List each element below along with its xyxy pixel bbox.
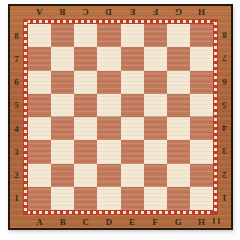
square-h4[interactable]: [190, 117, 213, 140]
square-f2[interactable]: [144, 164, 167, 187]
square-a7[interactable]: [28, 47, 51, 70]
square-f7[interactable]: [144, 47, 167, 70]
square-a2[interactable]: [28, 164, 51, 187]
square-f8[interactable]: [144, 24, 167, 47]
file-label-top-b: B: [51, 6, 74, 19]
rank-label-right-4: 4: [218, 117, 231, 140]
square-c1[interactable]: [74, 187, 97, 210]
square-b7[interactable]: [51, 47, 74, 70]
square-e4[interactable]: [121, 117, 144, 140]
rank-label-left-2: 2: [10, 164, 23, 187]
square-f5[interactable]: [144, 94, 167, 117]
square-b2[interactable]: [51, 164, 74, 187]
square-e6[interactable]: [121, 71, 144, 94]
square-c6[interactable]: [74, 71, 97, 94]
square-h7[interactable]: [190, 47, 213, 70]
square-g4[interactable]: [167, 117, 190, 140]
square-h5[interactable]: [190, 94, 213, 117]
square-d7[interactable]: [97, 47, 120, 70]
square-g3[interactable]: [167, 140, 190, 163]
file-label-bottom-c: C: [74, 215, 97, 228]
rank-label-right-6: 6: [218, 71, 231, 94]
rank-label-left-8: 8: [10, 24, 23, 47]
stripe-right: [213, 20, 217, 214]
square-e8[interactable]: [121, 24, 144, 47]
square-a5[interactable]: [28, 94, 51, 117]
square-g1[interactable]: [167, 187, 190, 210]
file-label-bottom-f: F: [144, 215, 167, 228]
square-h1[interactable]: [190, 187, 213, 210]
file-label-bottom-a: A: [28, 215, 51, 228]
file-label-top-f: F: [144, 6, 167, 19]
square-a1[interactable]: [28, 187, 51, 210]
square-h8[interactable]: [190, 24, 213, 47]
file-label-top-e: E: [121, 6, 144, 19]
square-c8[interactable]: [74, 24, 97, 47]
square-c3[interactable]: [74, 140, 97, 163]
square-b4[interactable]: [51, 117, 74, 140]
rank-label-left-3: 3: [10, 140, 23, 163]
rank-label-right-1: 1: [218, 187, 231, 210]
square-c5[interactable]: [74, 94, 97, 117]
square-a6[interactable]: [28, 71, 51, 94]
square-g5[interactable]: [167, 94, 190, 117]
square-a4[interactable]: [28, 117, 51, 140]
square-b1[interactable]: [51, 187, 74, 210]
square-d1[interactable]: [97, 187, 120, 210]
square-f6[interactable]: [144, 71, 167, 94]
square-e7[interactable]: [121, 47, 144, 70]
square-d3[interactable]: [97, 140, 120, 163]
square-b3[interactable]: [51, 140, 74, 163]
square-b8[interactable]: [51, 24, 74, 47]
rank-label-left-6: 6: [10, 71, 23, 94]
square-d5[interactable]: [97, 94, 120, 117]
decorative-stripe-border: [23, 19, 218, 215]
file-label-bottom-d: D: [97, 215, 120, 228]
file-label-bottom-g: G: [167, 215, 190, 228]
file-label-top-d: D: [97, 6, 120, 19]
square-h3[interactable]: [190, 140, 213, 163]
square-f3[interactable]: [144, 140, 167, 163]
board-frame: ABCDEFGH ABCDEFGH 87654321 87654321: [10, 6, 231, 228]
square-f1[interactable]: [144, 187, 167, 210]
square-e5[interactable]: [121, 94, 144, 117]
file-label-top-c: C: [74, 6, 97, 19]
square-c7[interactable]: [74, 47, 97, 70]
photo-background: ABCDEFGH ABCDEFGH 87654321 87654321: [0, 0, 240, 240]
square-d8[interactable]: [97, 24, 120, 47]
square-b5[interactable]: [51, 94, 74, 117]
square-b6[interactable]: [51, 71, 74, 94]
rank-label-left-4: 4: [10, 117, 23, 140]
square-f4[interactable]: [144, 117, 167, 140]
square-d2[interactable]: [97, 164, 120, 187]
file-label-bottom-e: E: [121, 215, 144, 228]
rank-label-right-8: 8: [218, 24, 231, 47]
square-a8[interactable]: [28, 24, 51, 47]
file-label-bottom-b: B: [51, 215, 74, 228]
square-e1[interactable]: [121, 187, 144, 210]
square-a3[interactable]: [28, 140, 51, 163]
rank-label-right-2: 2: [218, 164, 231, 187]
file-labels-bottom: ABCDEFGH: [28, 215, 213, 228]
board-grid: [28, 24, 213, 210]
square-g8[interactable]: [167, 24, 190, 47]
file-label-top-g: G: [167, 6, 190, 19]
file-labels-top: ABCDEFGH: [28, 6, 213, 19]
square-g7[interactable]: [167, 47, 190, 70]
square-e2[interactable]: [121, 164, 144, 187]
square-g6[interactable]: [167, 71, 190, 94]
chessboard: ABCDEFGH ABCDEFGH 87654321 87654321: [8, 4, 233, 230]
square-c4[interactable]: [74, 117, 97, 140]
square-g2[interactable]: [167, 164, 190, 187]
rank-labels-left: 87654321: [10, 24, 23, 210]
file-label-top-h: H: [190, 6, 213, 19]
square-h2[interactable]: [190, 164, 213, 187]
rank-label-right-5: 5: [218, 94, 231, 117]
rank-label-left-1: 1: [10, 187, 23, 210]
square-h6[interactable]: [190, 71, 213, 94]
square-d6[interactable]: [97, 71, 120, 94]
rank-label-left-5: 5: [10, 94, 23, 117]
rank-labels-right: 87654321: [218, 24, 231, 210]
file-label-top-a: A: [28, 6, 51, 19]
square-e3[interactable]: [121, 140, 144, 163]
file-label-bottom-h: H: [190, 215, 213, 228]
stripe-bottom: [24, 210, 217, 214]
square-d4[interactable]: [97, 117, 120, 140]
rank-label-right-7: 7: [218, 47, 231, 70]
hinge-marks: [213, 218, 220, 224]
square-c2[interactable]: [74, 164, 97, 187]
rank-label-right-3: 3: [218, 140, 231, 163]
rank-label-left-7: 7: [10, 47, 23, 70]
